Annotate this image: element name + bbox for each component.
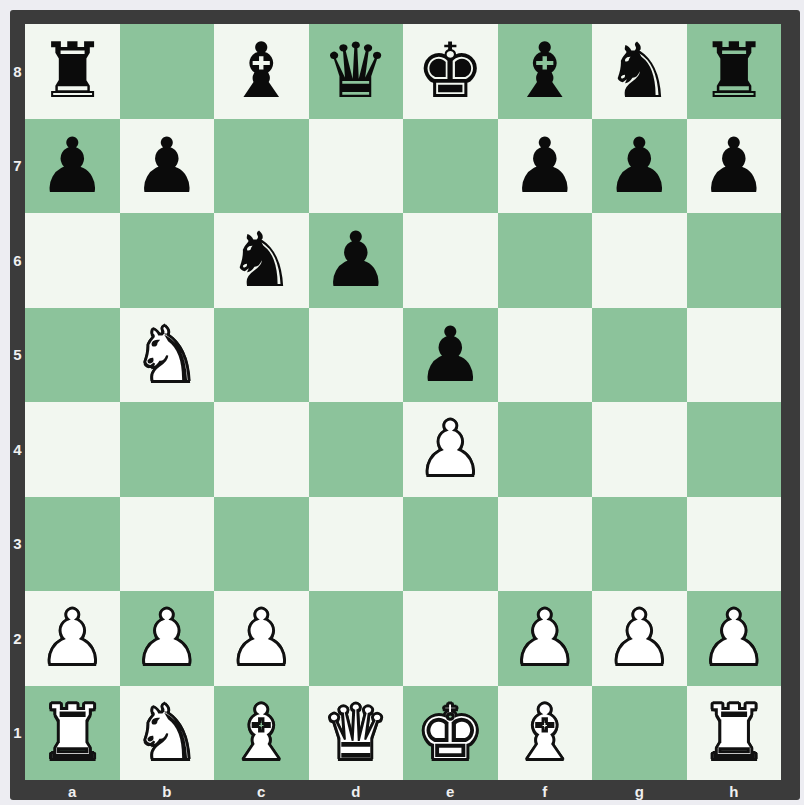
square-g7[interactable]: ♟ (592, 119, 687, 214)
square-b4[interactable] (120, 402, 215, 497)
black-pawn[interactable]: ♟ (605, 119, 673, 213)
white-pawn[interactable]: ♟ (605, 591, 673, 685)
rank-label-2: 2 (10, 591, 25, 686)
square-g4[interactable] (592, 402, 687, 497)
rank-label-7: 7 (10, 119, 25, 214)
file-label-a: a (25, 780, 120, 802)
square-h2[interactable]: ♟ (687, 591, 782, 686)
square-c4[interactable] (214, 402, 309, 497)
black-king[interactable]: ♚ (416, 24, 484, 118)
square-g2[interactable]: ♟ (592, 591, 687, 686)
square-f5[interactable] (498, 308, 593, 403)
rank-label-1: 1 (10, 686, 25, 781)
white-pawn[interactable]: ♟ (416, 402, 484, 496)
square-h5[interactable] (687, 308, 782, 403)
file-label-d: d (309, 780, 404, 802)
black-pawn[interactable]: ♟ (322, 213, 390, 307)
board: ♜♝♛♚♝♞♜♟♟♟♟♟♞♟♞♟♟♟♟♟♟♟♟♜♞♝♛♚♝♜ (25, 24, 781, 780)
black-queen[interactable]: ♛ (322, 24, 390, 118)
square-h3[interactable] (687, 497, 782, 592)
black-rook[interactable]: ♜ (38, 24, 106, 118)
white-pawn[interactable]: ♟ (700, 591, 768, 685)
square-e3[interactable] (403, 497, 498, 592)
file-label-b: b (120, 780, 215, 802)
square-f2[interactable]: ♟ (498, 591, 593, 686)
square-f8[interactable]: ♝ (498, 24, 593, 119)
square-h8[interactable]: ♜ (687, 24, 782, 119)
black-pawn[interactable]: ♟ (133, 119, 201, 213)
rank-label-4: 4 (10, 402, 25, 497)
square-a5[interactable] (25, 308, 120, 403)
square-h1[interactable]: ♜ (687, 686, 782, 781)
square-d1[interactable]: ♛ (309, 686, 404, 781)
file-label-e: e (403, 780, 498, 802)
square-c8[interactable]: ♝ (214, 24, 309, 119)
white-pawn[interactable]: ♟ (511, 591, 579, 685)
white-rook[interactable]: ♜ (38, 686, 106, 780)
square-c5[interactable] (214, 308, 309, 403)
square-b2[interactable]: ♟ (120, 591, 215, 686)
square-c6[interactable]: ♞ (214, 213, 309, 308)
white-bishop[interactable]: ♝ (511, 686, 579, 780)
square-h6[interactable] (687, 213, 782, 308)
square-f1[interactable]: ♝ (498, 686, 593, 781)
black-knight[interactable]: ♞ (605, 24, 673, 118)
black-pawn[interactable]: ♟ (416, 308, 484, 402)
square-d2[interactable] (309, 591, 404, 686)
square-d8[interactable]: ♛ (309, 24, 404, 119)
square-e5[interactable]: ♟ (403, 308, 498, 403)
square-e7[interactable] (403, 119, 498, 214)
square-d3[interactable] (309, 497, 404, 592)
square-b1[interactable]: ♞ (120, 686, 215, 781)
black-knight[interactable]: ♞ (227, 213, 295, 307)
black-rook[interactable]: ♜ (700, 24, 768, 118)
file-label-g: g (592, 780, 687, 802)
white-pawn[interactable]: ♟ (133, 591, 201, 685)
white-bishop[interactable]: ♝ (227, 686, 295, 780)
square-f3[interactable] (498, 497, 593, 592)
black-pawn[interactable]: ♟ (511, 119, 579, 213)
square-a4[interactable] (25, 402, 120, 497)
black-bishop[interactable]: ♝ (511, 24, 579, 118)
white-pawn[interactable]: ♟ (227, 591, 295, 685)
square-e2[interactable] (403, 591, 498, 686)
rank-label-8: 8 (10, 24, 25, 119)
square-c3[interactable] (214, 497, 309, 592)
square-a7[interactable]: ♟ (25, 119, 120, 214)
square-a2[interactable]: ♟ (25, 591, 120, 686)
rank-label-6: 6 (10, 213, 25, 308)
file-label-f: f (498, 780, 593, 802)
square-e1[interactable]: ♚ (403, 686, 498, 781)
square-d5[interactable] (309, 308, 404, 403)
square-g6[interactable] (592, 213, 687, 308)
white-knight[interactable]: ♞ (133, 308, 201, 402)
file-label-c: c (214, 780, 309, 802)
white-rook[interactable]: ♜ (700, 686, 768, 780)
white-queen[interactable]: ♛ (322, 686, 390, 780)
square-a1[interactable]: ♜ (25, 686, 120, 781)
square-a3[interactable] (25, 497, 120, 592)
black-pawn[interactable]: ♟ (700, 119, 768, 213)
square-e6[interactable] (403, 213, 498, 308)
square-d7[interactable] (309, 119, 404, 214)
square-h4[interactable] (687, 402, 782, 497)
square-a8[interactable]: ♜ (25, 24, 120, 119)
square-b5[interactable]: ♞ (120, 308, 215, 403)
square-c7[interactable] (214, 119, 309, 214)
square-c2[interactable]: ♟ (214, 591, 309, 686)
black-bishop[interactable]: ♝ (227, 24, 295, 118)
square-e8[interactable]: ♚ (403, 24, 498, 119)
white-pawn[interactable]: ♟ (38, 591, 106, 685)
square-a6[interactable] (25, 213, 120, 308)
square-g5[interactable] (592, 308, 687, 403)
square-c1[interactable]: ♝ (214, 686, 309, 781)
square-f4[interactable] (498, 402, 593, 497)
square-b7[interactable]: ♟ (120, 119, 215, 214)
square-g3[interactable] (592, 497, 687, 592)
square-f6[interactable] (498, 213, 593, 308)
file-label-h: h (687, 780, 782, 802)
square-g1[interactable] (592, 686, 687, 781)
square-b3[interactable] (120, 497, 215, 592)
square-d4[interactable] (309, 402, 404, 497)
white-knight[interactable]: ♞ (133, 686, 201, 780)
square-g8[interactable]: ♞ (592, 24, 687, 119)
black-pawn[interactable]: ♟ (38, 119, 106, 213)
board-frame: ♜♝♛♚♝♞♜♟♟♟♟♟♞♟♞♟♟♟♟♟♟♟♟♜♞♝♛♚♝♜ 87654321 … (10, 10, 800, 800)
square-b6[interactable] (120, 213, 215, 308)
square-e4[interactable]: ♟ (403, 402, 498, 497)
white-king[interactable]: ♚ (416, 686, 484, 780)
square-h7[interactable]: ♟ (687, 119, 782, 214)
rank-label-3: 3 (10, 497, 25, 592)
square-f7[interactable]: ♟ (498, 119, 593, 214)
square-d6[interactable]: ♟ (309, 213, 404, 308)
rank-label-5: 5 (10, 308, 25, 403)
square-b8[interactable] (120, 24, 215, 119)
